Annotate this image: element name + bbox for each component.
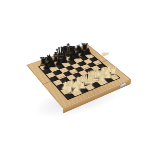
piece-white-rook: ♜ (63, 83, 75, 96)
product-photo-scene: ♜♞♝♛♚♝♞♜♟♟♟♟♟♟♟♟♟♟♟♟♟♟♟♟♜♞♝♛♚♝♞♜♞ (0, 0, 150, 150)
